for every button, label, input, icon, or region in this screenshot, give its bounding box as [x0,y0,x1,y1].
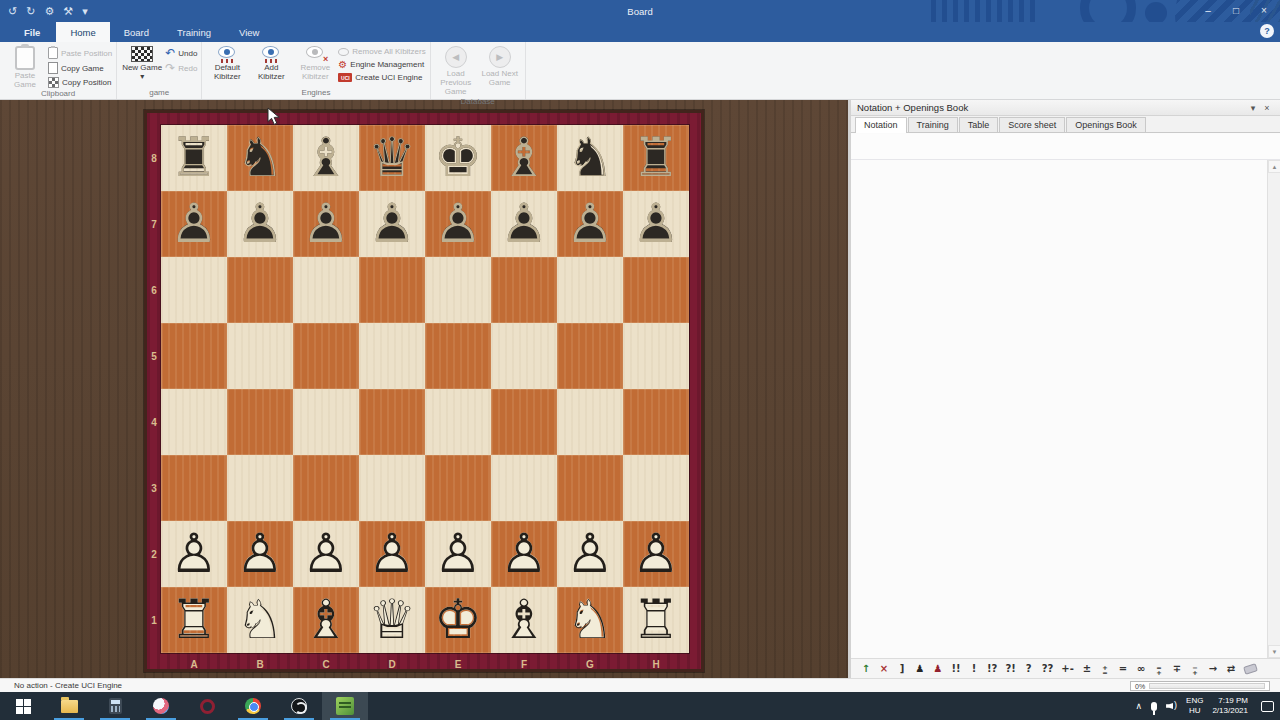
square-d6[interactable] [359,257,425,323]
black-bishop[interactable]: ♝♗ [491,125,557,191]
scroll-up-icon[interactable]: ▲ [1268,160,1280,173]
group-engines: Default Kibitzer Add Kibitzer × Remove K… [202,42,430,99]
dubious-move[interactable]: ?! [1005,663,1015,674]
file-label-g: G [557,656,623,673]
attack[interactable]: → [1208,663,1218,674]
speaker-icon[interactable] [1166,701,1177,711]
black-knight[interactable]: ♞♘ [557,125,623,191]
square-f6[interactable] [491,257,557,323]
square-b8[interactable]: ♞♘ [227,125,293,191]
group-clipboard: Paste Game Paste Position Copy Game Copy… [0,42,117,99]
quick-access-toolbar: ↺↻⚙⚒▾ [8,0,88,22]
square-c3[interactable] [293,455,359,521]
file-label-b: B [227,656,293,673]
square-e5[interactable] [425,323,491,389]
notation-tab-notation[interactable]: Notation [855,117,907,133]
square-b7[interactable]: ♟♙ [227,191,293,257]
rank-label-2: 2 [147,521,161,587]
rank-label-4: 4 [147,389,161,455]
panel-title: Notation + Openings Book [857,102,1246,113]
scrollbar[interactable]: ▲ ▼ [1267,160,1280,658]
rank-label-7: 7 [147,191,161,257]
square-c7[interactable]: ♟♙ [293,191,359,257]
black-slightly-better[interactable]: =+ [1154,661,1164,676]
eraser-icon[interactable] [1243,663,1258,675]
black-knight[interactable]: ♞♘ [227,125,293,191]
black-pawn[interactable]: ♟♙ [491,191,557,257]
promote-variation-icon[interactable]: ↑ [861,663,871,674]
tab-file[interactable]: File [8,22,56,42]
load-previous-game-button[interactable]: ◀ Load Previous Game [435,44,477,97]
group-caption-clipboard: Clipboard [4,89,112,99]
rank-label-1: 1 [147,587,161,653]
white-bishop[interactable]: ♝♗ [293,587,359,653]
title-bar: ↺↻⚙⚒▾ Board –□× [0,0,1280,22]
file-label-d: D [359,656,425,673]
tools-icon[interactable]: ⚒ [63,5,73,18]
chessboard-icon [131,46,153,62]
square-g7[interactable]: ♟♙ [557,191,623,257]
notation-tab-training[interactable]: Training [908,117,958,132]
kibitzer-small-icon [338,48,349,56]
tab-board[interactable]: Board [110,22,163,42]
square-e7[interactable]: ♟♙ [425,191,491,257]
white-king[interactable]: ♚♔ [425,587,491,653]
panel-collapse-icon[interactable]: ▾ [1246,103,1260,113]
system-tray: ∧ ENGHU 7:19 PM2/13/2021 [1135,692,1280,720]
chess-program[interactable] [322,692,368,720]
tab-home[interactable]: Home [56,22,109,42]
undo-button[interactable]: ↶ Undo [165,47,197,59]
white-pawn[interactable]: ♟♙ [161,521,227,587]
black-pawn[interactable]: ♟♙ [359,191,425,257]
redo-button[interactable]: ↷ Redo [165,62,197,74]
white-knight[interactable]: ♞♘ [227,587,293,653]
chrome-browser[interactable] [230,692,276,720]
square-b2[interactable]: ♟♙ [227,521,293,587]
restore-button[interactable]: □ [1224,0,1248,20]
progress-track [1149,683,1265,689]
notation-content[interactable]: ▲ ▼ [851,134,1280,658]
redo-icon[interactable]: ↻ [26,5,35,18]
square-g4[interactable] [557,389,623,455]
page-icon [48,62,58,74]
square-d3[interactable] [359,455,425,521]
minimize-button[interactable]: – [1196,0,1220,20]
black-pawn[interactable]: ♟♙ [557,191,623,257]
help-icon[interactable]: ? [1260,24,1274,38]
scroll-down-icon[interactable]: ▼ [1268,645,1280,658]
next-arrow-icon: ▶ [489,46,511,68]
remove-kibitzer-button[interactable]: × Remove Kibitzer [294,44,336,88]
square-c2[interactable]: ♟♙ [293,521,359,587]
square-f3[interactable] [491,455,557,521]
white-rook[interactable]: ♜♖ [623,587,689,653]
rank-label-3: 3 [147,455,161,521]
square-d5[interactable] [359,323,425,389]
paint-app-icon [153,698,169,714]
paint-app[interactable] [138,692,184,720]
customize-caret-icon[interactable]: ▾ [82,5,88,18]
previous-arrow-icon: ◀ [445,46,467,68]
copy-position-button[interactable]: Copy Position [48,77,112,88]
engine-icon[interactable]: ⚙ [44,5,54,18]
notation-tab-table[interactable]: Table [959,117,999,132]
square-g1[interactable]: ♞♘ [557,587,623,653]
dropdown-caret-icon: ▾ [140,72,144,81]
tab-training[interactable]: Training [163,22,225,42]
unclear[interactable]: ∞ [1136,663,1146,674]
file-explorer[interactable] [46,692,92,720]
progress-bar: 0% [1130,681,1270,691]
language-indicator[interactable]: ENGHU [1186,696,1203,716]
obs-studio[interactable] [276,692,322,720]
counterplay[interactable]: ⇄ [1226,663,1236,674]
square-h6[interactable] [623,257,689,323]
board-grid-icon [48,77,59,88]
windows-taskbar: ∧ ENGHU 7:19 PM2/13/2021 [0,692,1280,720]
white-knight[interactable]: ♞♘ [557,587,623,653]
chess-program-icon [336,697,354,715]
ribbon: Paste Game Paste Position Copy Game Copy… [0,42,1280,100]
square-e4[interactable] [425,389,491,455]
group-caption-engines: Engines [206,88,425,99]
uci-badge-icon: UCI [338,73,352,82]
paste-game-button[interactable]: Paste Game [4,44,46,89]
chess-board[interactable]: ♜♖♞♘♝♗♛♕♚♔♝♗♞♘♜♖♟♙♟♙♟♙♟♙♟♙♟♙♟♙♟♙♟♙♟♙♟♙♟♙… [144,110,704,672]
square-f4[interactable] [491,389,557,455]
new-game-button[interactable]: New Game ▾ [121,44,163,88]
square-h7[interactable]: ♟♙ [623,191,689,257]
notation-panel-header[interactable]: Notation + Openings Book ▾ × [851,100,1280,116]
square-d7[interactable]: ♟♙ [359,191,425,257]
square-d8[interactable]: ♛♕ [359,125,425,191]
mistake[interactable]: ? [1024,663,1034,674]
square-d1[interactable]: ♛♕ [359,587,425,653]
square-a1[interactable]: ♜♖ [161,587,227,653]
black-queen[interactable]: ♛♕ [359,125,425,191]
white-pawn[interactable]: ♟♙ [491,521,557,587]
remove-all-kibitzers-button[interactable]: Remove All Kibitzers [338,47,425,56]
black-pawn[interactable]: ♟♙ [161,191,227,257]
white-bishop[interactable]: ♝♗ [491,587,557,653]
end-variation-icon[interactable]: ] [897,663,907,674]
white-pawn[interactable]: ♟♙ [623,521,689,587]
square-a8[interactable]: ♜♖ [161,125,227,191]
square-e1[interactable]: ♚♔ [425,587,491,653]
square-a3[interactable] [161,455,227,521]
obs-studio-icon [291,698,307,714]
white-pawn[interactable]: ♟♙ [359,521,425,587]
blunder[interactable]: ?? [1042,663,1054,674]
rank-label-6: 6 [147,257,161,323]
square-c1[interactable]: ♝♗ [293,587,359,653]
square-g5[interactable] [557,323,623,389]
mouse-cursor [267,107,281,126]
default-kibitzer-button[interactable]: Default Kibitzer [206,44,248,88]
square-g6[interactable] [557,257,623,323]
group-caption-game: game [121,88,197,99]
square-c8[interactable]: ♝♗ [293,125,359,191]
square-b5[interactable] [227,323,293,389]
white-pawn[interactable]: ♟♙ [425,521,491,587]
square-g8[interactable]: ♞♘ [557,125,623,191]
black-pawn[interactable]: ♟♙ [227,191,293,257]
progress-label: 0% [1131,683,1149,690]
red-piece-icon[interactable]: ♟ [933,663,943,674]
white-pawn[interactable]: ♟♙ [293,521,359,587]
white-pawn[interactable]: ♟♙ [557,521,623,587]
square-d2[interactable]: ♟♙ [359,521,425,587]
square-b1[interactable]: ♞♘ [227,587,293,653]
square-d4[interactable] [359,389,425,455]
square-h5[interactable] [623,323,689,389]
square-a7[interactable]: ♟♙ [161,191,227,257]
square-f2[interactable]: ♟♙ [491,521,557,587]
square-h1[interactable]: ♜♖ [623,587,689,653]
copy-game-button[interactable]: Copy Game [48,62,112,74]
clipboard-small-icon [48,47,58,59]
square-f8[interactable]: ♝♗ [491,125,557,191]
application-window: ↺↻⚙⚒▾ Board –□× File Home Board Training… [0,0,1280,720]
square-c4[interactable] [293,389,359,455]
square-h4[interactable] [623,389,689,455]
black-pawn[interactable]: ♟♙ [293,191,359,257]
square-c6[interactable] [293,257,359,323]
interesting-move[interactable]: !? [987,663,997,674]
add-kibitzer-button[interactable]: Add Kibitzer [250,44,292,88]
annotation-toolbar: ↑×]♟♟!!!!??!???+-±+==∞=+∓−+→⇄ [851,658,1280,678]
black-better[interactable]: ∓ [1172,663,1182,674]
equal[interactable]: = [1118,663,1128,674]
file-label-a: A [161,656,227,673]
notation-tab-score-sheet[interactable]: Score sheet [999,117,1065,132]
square-b3[interactable] [227,455,293,521]
engine-management-button[interactable]: ⚙ Engine Management [338,59,425,70]
start-button[interactable] [0,692,46,720]
black-bishop[interactable]: ♝♗ [293,125,359,191]
very-good-move[interactable]: !! [951,663,961,674]
calculator[interactable] [92,692,138,720]
start-button-icon [16,699,31,714]
notation-tabs: NotationTrainingTableScore sheetOpenings… [851,116,1280,133]
file-label-h: H [623,656,689,673]
group-database: ◀ Load Previous Game ▶ Load Next Game Da… [431,42,526,99]
load-next-game-button[interactable]: ▶ Load Next Game [479,44,521,88]
group-caption-database: Database [435,97,521,106]
square-b4[interactable] [227,389,293,455]
white-winning[interactable]: +- [1061,663,1074,674]
create-uci-engine-button[interactable]: UCI Create UCI Engine [338,73,425,82]
square-h2[interactable]: ♟♙ [623,521,689,587]
kibitzer-eye-icon [216,46,238,62]
board-window-background: ♜♖♞♘♝♗♛♕♚♔♝♗♞♘♜♖♟♙♟♙♟♙♟♙♟♙♟♙♟♙♟♙♟♙♟♙♟♙♟♙… [0,100,848,678]
square-h8[interactable]: ♜♖ [623,125,689,191]
black-pawn[interactable]: ♟♙ [623,191,689,257]
square-a2[interactable]: ♟♙ [161,521,227,587]
square-e3[interactable] [425,455,491,521]
white-pawn[interactable]: ♟♙ [227,521,293,587]
notation-tab-openings-book[interactable]: Openings Book [1066,117,1146,132]
action-center-icon[interactable] [1261,701,1274,712]
square-a5[interactable] [161,323,227,389]
square-e8[interactable]: ♚♔ [425,125,491,191]
window-controls: –□× [1196,0,1276,20]
undo-arrow-icon: ↶ [165,47,175,59]
paste-position-button[interactable]: Paste Position [48,47,112,59]
black-piece-icon[interactable]: ♟ [915,663,925,674]
square-b6[interactable] [227,257,293,323]
tray-chevron-icon[interactable]: ∧ [1135,701,1142,711]
square-e2[interactable]: ♟♙ [425,521,491,587]
status-bar: No action - Create UCI Engine 0% [0,678,1280,692]
undo-icon[interactable]: ↺ [8,5,17,18]
square-c5[interactable] [293,323,359,389]
square-a4[interactable] [161,389,227,455]
redo-arrow-icon: ↷ [165,62,175,74]
status-text: No action - Create UCI Engine [0,681,1280,690]
white-better[interactable]: ± [1082,663,1092,674]
black-pawn[interactable]: ♟♙ [425,191,491,257]
square-a6[interactable] [161,257,227,323]
opera-browser[interactable] [184,692,230,720]
square-g2[interactable]: ♟♙ [557,521,623,587]
window-title: Board [0,0,1280,22]
notation-panel: Notation + Openings Book ▾ × NotationTra… [848,100,1280,678]
square-g3[interactable] [557,455,623,521]
rank-label-5: 5 [147,323,161,389]
square-f5[interactable] [491,323,557,389]
square-e6[interactable] [425,257,491,323]
clipboard-icon [15,46,35,70]
microphone-icon[interactable] [1151,702,1157,711]
ribbon-tab-row: File Home Board Training View ? [0,22,1280,42]
black-rook[interactable]: ♜♖ [623,125,689,191]
kibitzer-eye-x-icon: × [304,46,326,62]
close-button[interactable]: × [1252,0,1276,20]
square-h3[interactable] [623,455,689,521]
black-king[interactable]: ♚♔ [425,125,491,191]
opera-browser-icon [200,699,215,714]
engine-management-icon: ⚙ [338,59,347,70]
file-explorer-icon [61,700,78,713]
white-slightly-better[interactable]: += [1100,661,1110,676]
file-label-c: C [293,656,359,673]
white-rook[interactable]: ♜♖ [161,587,227,653]
chrome-browser-icon [245,698,261,714]
rank-label-8: 8 [147,125,161,191]
black-winning[interactable]: −+ [1190,661,1200,676]
calculator-icon [109,698,122,714]
good-move[interactable]: ! [969,663,979,674]
file-label-f: F [491,656,557,673]
black-rook[interactable]: ♜♖ [161,125,227,191]
square-f1[interactable]: ♝♗ [491,587,557,653]
kibitzer-eye-icon [260,46,282,62]
panel-close-icon[interactable]: × [1260,103,1274,113]
white-queen[interactable]: ♛♕ [359,587,425,653]
clock[interactable]: 7:19 PM2/13/2021 [1212,696,1248,716]
square-f7[interactable]: ♟♙ [491,191,557,257]
file-label-e: E [425,656,491,673]
group-game: New Game ▾ ↶ Undo ↷ Redo game [117,42,202,99]
delete-variation-icon[interactable]: × [879,663,889,674]
tab-view[interactable]: View [225,22,273,42]
